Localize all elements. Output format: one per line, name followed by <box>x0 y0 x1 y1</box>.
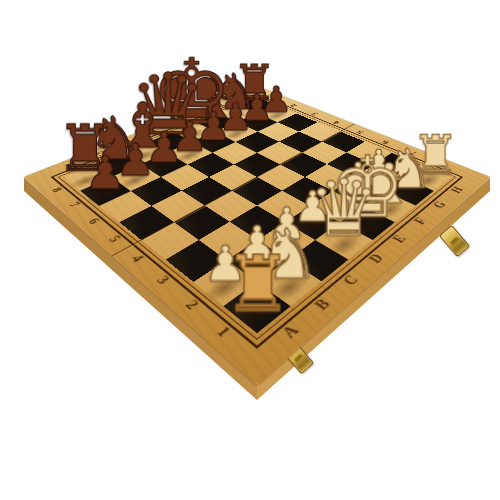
rank-label-far: 3 <box>308 111 320 117</box>
rank-label-far: 4 <box>330 120 343 126</box>
file-label-near: D <box>365 251 389 266</box>
file-label-near: A <box>277 321 304 342</box>
piece-white-rook[interactable]: ♜ <box>223 251 292 320</box>
rank-label-far: 5 <box>354 129 367 135</box>
rank-label-near: 8 <box>48 185 67 194</box>
file-label-near: C <box>339 272 364 289</box>
file-label-near: G <box>429 199 450 211</box>
piece-black-pawn[interactable]: ♟ <box>85 153 126 194</box>
rank-label-near: 5 <box>104 233 125 245</box>
board-grid: ♜♞♝♛♚♝♞♜♟♟♟♟♟♟♟♟♟♟♟♟♟♟♜♞♛♚♝♞♜ <box>63 97 450 333</box>
board-3d-scene: ♜♞♝♛♚♝♞♜♟♟♟♟♟♟♟♟♟♟♟♟♟♟♜♞♛♚♝♞♜ A1H1B2G2C3… <box>0 0 500 500</box>
file-label-near: E <box>388 232 410 245</box>
rank-label-near: 6 <box>84 216 104 227</box>
rank-label-near: 7 <box>65 200 85 210</box>
rank-label-near: 3 <box>152 273 174 288</box>
square-a1[interactable]: ♜ <box>223 282 291 334</box>
rank-label-near: 4 <box>127 252 149 266</box>
chess-board[interactable]: ♜♞♝♛♚♝♞♜♟♟♟♟♟♟♟♟♟♟♟♟♟♟♜♞♛♚♝♞♜ A1H1B2G2C3… <box>24 86 491 386</box>
file-label-near: F <box>410 215 431 227</box>
file-label-near: B <box>310 295 335 313</box>
file-label-near: H <box>447 185 468 196</box>
product-photo-stage: ♜♞♝♛♚♝♞♜♟♟♟♟♟♟♟♟♟♟♟♟♟♟♜♞♛♚♝♞♜ A1H1B2G2C3… <box>0 0 500 500</box>
